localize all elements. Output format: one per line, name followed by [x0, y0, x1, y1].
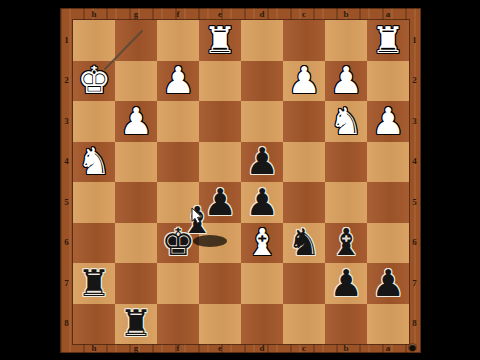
square-d7[interactable] — [241, 263, 283, 304]
white-rook-a1[interactable]: ♜ — [367, 20, 409, 61]
square-f4[interactable] — [157, 142, 199, 183]
white-king-h2[interactable]: ♚ — [73, 61, 115, 102]
rank-label-1: 1 — [60, 20, 73, 61]
square-f8[interactable] — [157, 304, 199, 345]
square-e1[interactable]: ♜ — [199, 20, 241, 61]
square-a6[interactable] — [367, 223, 409, 264]
file-label-g: g — [115, 344, 157, 353]
square-a8[interactable] — [367, 304, 409, 345]
square-d8[interactable] — [241, 304, 283, 345]
rank-label-3: 3 — [60, 101, 73, 142]
square-d5[interactable]: ♟ — [241, 182, 283, 223]
file-label-d: d — [241, 8, 283, 20]
file-label-e: e — [199, 344, 241, 353]
square-f1[interactable] — [157, 20, 199, 61]
rank-label-3: 3 — [408, 101, 421, 142]
square-h4[interactable]: ♞ — [73, 142, 115, 183]
square-b6[interactable]: ♝ — [325, 223, 367, 264]
square-d4[interactable]: ♟ — [241, 142, 283, 183]
square-b7[interactable]: ♟ — [325, 263, 367, 304]
square-e2[interactable] — [199, 61, 241, 102]
square-d6[interactable]: ♝ — [241, 223, 283, 264]
black-pawn-d5[interactable]: ♟ — [241, 182, 283, 223]
file-label-f: f — [157, 8, 199, 20]
square-a4[interactable] — [367, 142, 409, 183]
square-c2[interactable]: ♟ — [283, 61, 325, 102]
rank-label-8: 8 — [408, 304, 421, 345]
file-label-f: f — [157, 344, 199, 353]
square-h7[interactable]: ♜ — [73, 263, 115, 304]
square-g5[interactable] — [115, 182, 157, 223]
square-h1[interactable] — [73, 20, 115, 61]
square-h6[interactable] — [73, 223, 115, 264]
square-h8[interactable] — [73, 304, 115, 345]
white-pawn-c2[interactable]: ♟ — [283, 61, 325, 102]
square-d2[interactable] — [241, 61, 283, 102]
square-b8[interactable] — [325, 304, 367, 345]
file-label-c: c — [283, 8, 325, 20]
square-b4[interactable] — [325, 142, 367, 183]
square-g7[interactable] — [115, 263, 157, 304]
chess-board: ♜♜♚♟♟♟♟♞♟♞♟♟♟♚♝♞♝♜♟♟♜ — [73, 20, 409, 344]
file-label-c: c — [283, 344, 325, 353]
square-c4[interactable] — [283, 142, 325, 183]
rank-label-6: 6 — [60, 223, 73, 264]
square-b2[interactable]: ♟ — [325, 61, 367, 102]
file-label-b: b — [325, 344, 367, 353]
square-h2[interactable]: ♚ — [73, 61, 115, 102]
square-a2[interactable] — [367, 61, 409, 102]
square-c8[interactable] — [283, 304, 325, 345]
rank-label-5: 5 — [408, 182, 421, 223]
rank-label-2: 2 — [60, 61, 73, 102]
file-labels-top: hgfedcba — [73, 8, 409, 20]
black-pawn-a7[interactable]: ♟ — [367, 263, 409, 304]
white-pawn-g3[interactable]: ♟ — [115, 101, 157, 142]
rank-label-5: 5 — [60, 182, 73, 223]
white-pawn-f2[interactable]: ♟ — [157, 61, 199, 102]
square-e4[interactable] — [199, 142, 241, 183]
white-knight-b3[interactable]: ♞ — [325, 101, 367, 142]
file-label-d: d — [241, 344, 283, 353]
black-pawn-b7[interactable]: ♟ — [325, 263, 367, 304]
rank-label-1: 1 — [408, 20, 421, 61]
square-g3[interactable]: ♟ — [115, 101, 157, 142]
square-g8[interactable]: ♜ — [115, 304, 157, 345]
rank-label-6: 6 — [408, 223, 421, 264]
square-c7[interactable] — [283, 263, 325, 304]
white-rook-e1[interactable]: ♜ — [199, 20, 241, 61]
rank-label-8: 8 — [60, 304, 73, 345]
square-h3[interactable] — [73, 101, 115, 142]
square-g4[interactable] — [115, 142, 157, 183]
square-f7[interactable] — [157, 263, 199, 304]
dragged-black-bishop[interactable]: ♝ — [176, 200, 218, 241]
square-f3[interactable] — [157, 101, 199, 142]
video-frame: hgfedcba hgfedcba 12345678 12345678 ♜♜♚♟… — [0, 0, 480, 360]
file-labels-bottom: hgfedcba — [73, 344, 409, 353]
square-a3[interactable]: ♟ — [367, 101, 409, 142]
square-c5[interactable] — [283, 182, 325, 223]
rank-label-4: 4 — [408, 142, 421, 183]
square-a1[interactable]: ♜ — [367, 20, 409, 61]
square-h5[interactable] — [73, 182, 115, 223]
square-c1[interactable] — [283, 20, 325, 61]
black-rook-g8[interactable]: ♜ — [115, 304, 157, 345]
square-e7[interactable] — [199, 263, 241, 304]
square-b3[interactable]: ♞ — [325, 101, 367, 142]
square-c3[interactable] — [283, 101, 325, 142]
rank-labels-left: 12345678 — [60, 20, 73, 344]
file-label-a: a — [367, 344, 409, 353]
rank-labels-right: 12345678 — [408, 20, 421, 344]
square-e8[interactable] — [199, 304, 241, 345]
black-knight-c6[interactable]: ♞ — [283, 223, 325, 264]
rank-label-4: 4 — [60, 142, 73, 183]
square-g6[interactable] — [115, 223, 157, 264]
square-c6[interactable]: ♞ — [283, 223, 325, 264]
square-g1[interactable] — [115, 20, 157, 61]
white-bishop-d6[interactable]: ♝ — [241, 223, 283, 264]
square-d1[interactable] — [241, 20, 283, 61]
white-knight-h4[interactable]: ♞ — [73, 142, 115, 183]
square-e3[interactable] — [199, 101, 241, 142]
square-a5[interactable] — [367, 182, 409, 223]
square-b1[interactable] — [325, 20, 367, 61]
rank-label-7: 7 — [60, 263, 73, 304]
white-pawn-b2[interactable]: ♟ — [325, 61, 367, 102]
black-rook-h7[interactable]: ♜ — [73, 263, 115, 304]
square-b5[interactable] — [325, 182, 367, 223]
frame-corner-pin — [409, 344, 416, 351]
white-pawn-a3[interactable]: ♟ — [367, 101, 409, 142]
file-label-h: h — [73, 8, 115, 20]
square-f2[interactable]: ♟ — [157, 61, 199, 102]
file-label-h: h — [73, 344, 115, 353]
file-label-g: g — [115, 8, 157, 20]
black-bishop-b6[interactable]: ♝ — [325, 223, 367, 264]
file-label-b: b — [325, 8, 367, 20]
rank-label-7: 7 — [408, 263, 421, 304]
square-g2[interactable] — [115, 61, 157, 102]
square-d3[interactable] — [241, 101, 283, 142]
black-pawn-d4[interactable]: ♟ — [241, 142, 283, 183]
square-a7[interactable]: ♟ — [367, 263, 409, 304]
rank-label-2: 2 — [408, 61, 421, 102]
